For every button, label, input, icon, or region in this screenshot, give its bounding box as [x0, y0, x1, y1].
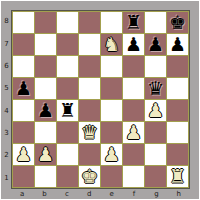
- black-pawn[interactable]: ♟: [15, 78, 32, 99]
- square-h5[interactable]: [167, 78, 189, 100]
- square-b8[interactable]: [35, 12, 57, 34]
- square-b6[interactable]: [35, 56, 57, 78]
- white-king[interactable]: ♚: [81, 166, 98, 187]
- black-pawn[interactable]: ♟: [125, 34, 142, 55]
- square-d8[interactable]: [79, 12, 101, 34]
- square-d7[interactable]: [79, 34, 101, 56]
- square-a1[interactable]: [13, 166, 35, 188]
- square-c8[interactable]: [57, 12, 79, 34]
- square-b2[interactable]: ♟: [35, 144, 57, 166]
- chess-board-window: 8 7 6 5 4 3 2 1 ♜♚♞♟♟♟♟♛♟♜♟♛♟♟♟♟♚♜ a b c…: [0, 0, 200, 200]
- square-f3[interactable]: ♟: [123, 122, 145, 144]
- square-e2[interactable]: ♟: [101, 144, 123, 166]
- square-b3[interactable]: [35, 122, 57, 144]
- file-label-a: a: [11, 189, 33, 199]
- black-rook[interactable]: ♜: [59, 100, 76, 121]
- square-a6[interactable]: [13, 56, 35, 78]
- square-a2[interactable]: ♟: [13, 144, 35, 166]
- square-f8[interactable]: ♜: [123, 12, 145, 34]
- rank-label-5: 5: [2, 77, 11, 99]
- file-label-g: g: [145, 189, 167, 199]
- file-labels: a b c d e f g h: [11, 189, 190, 199]
- square-h6[interactable]: [167, 56, 189, 78]
- white-pawn[interactable]: ♟: [147, 100, 164, 121]
- black-pawn[interactable]: ♟: [169, 34, 186, 55]
- file-label-e: e: [101, 189, 123, 199]
- file-label-c: c: [56, 189, 78, 199]
- square-e3[interactable]: [101, 122, 123, 144]
- square-b7[interactable]: [35, 34, 57, 56]
- chess-board: ♜♚♞♟♟♟♟♛♟♜♟♛♟♟♟♟♚♜: [12, 11, 189, 188]
- file-label-h: h: [168, 189, 190, 199]
- square-f6[interactable]: [123, 56, 145, 78]
- rank-label-8: 8: [2, 10, 11, 32]
- square-h2[interactable]: [167, 144, 189, 166]
- square-a7[interactable]: [13, 34, 35, 56]
- rank-label-4: 4: [2, 100, 11, 122]
- square-c5[interactable]: [57, 78, 79, 100]
- square-e1[interactable]: [101, 166, 123, 188]
- file-label-d: d: [78, 189, 100, 199]
- square-e7[interactable]: ♞: [101, 34, 123, 56]
- square-e4[interactable]: [101, 100, 123, 122]
- square-g4[interactable]: ♟: [145, 100, 167, 122]
- square-b1[interactable]: [35, 166, 57, 188]
- black-rook[interactable]: ♜: [125, 12, 142, 33]
- square-e6[interactable]: [101, 56, 123, 78]
- square-f4[interactable]: [123, 100, 145, 122]
- square-c4[interactable]: ♜: [57, 100, 79, 122]
- square-g8[interactable]: [145, 12, 167, 34]
- square-h8[interactable]: ♚: [167, 12, 189, 34]
- white-pawn[interactable]: ♟: [15, 144, 32, 165]
- square-g5[interactable]: ♛: [145, 78, 167, 100]
- white-pawn[interactable]: ♟: [37, 144, 54, 165]
- black-pawn[interactable]: ♟: [147, 34, 164, 55]
- square-c6[interactable]: [57, 56, 79, 78]
- square-e8[interactable]: [101, 12, 123, 34]
- square-a8[interactable]: [13, 12, 35, 34]
- square-c3[interactable]: [57, 122, 79, 144]
- black-queen[interactable]: ♛: [147, 78, 164, 99]
- square-b5[interactable]: [35, 78, 57, 100]
- square-a4[interactable]: [13, 100, 35, 122]
- square-h7[interactable]: ♟: [167, 34, 189, 56]
- square-d2[interactable]: [79, 144, 101, 166]
- square-e5[interactable]: [101, 78, 123, 100]
- square-f5[interactable]: [123, 78, 145, 100]
- black-pawn[interactable]: ♟: [37, 100, 54, 121]
- white-pawn[interactable]: ♟: [125, 122, 142, 143]
- white-queen[interactable]: ♛: [81, 122, 98, 143]
- file-label-f: f: [123, 189, 145, 199]
- file-label-b: b: [33, 189, 55, 199]
- rank-label-6: 6: [2, 55, 11, 77]
- white-pawn[interactable]: ♟: [103, 144, 120, 165]
- square-d5[interactable]: [79, 78, 101, 100]
- white-rook[interactable]: ♜: [169, 166, 186, 187]
- rank-labels: 8 7 6 5 4 3 2 1: [2, 10, 11, 189]
- square-c7[interactable]: [57, 34, 79, 56]
- square-h1[interactable]: ♜: [167, 166, 189, 188]
- square-d6[interactable]: [79, 56, 101, 78]
- square-c2[interactable]: [57, 144, 79, 166]
- square-g7[interactable]: ♟: [145, 34, 167, 56]
- square-a5[interactable]: ♟: [13, 78, 35, 100]
- square-f2[interactable]: [123, 144, 145, 166]
- rank-label-3: 3: [2, 122, 11, 144]
- board-frame: ♜♚♞♟♟♟♟♛♟♜♟♛♟♟♟♟♚♜: [11, 10, 190, 189]
- square-a3[interactable]: [13, 122, 35, 144]
- white-knight[interactable]: ♞: [103, 34, 120, 55]
- square-h4[interactable]: [167, 100, 189, 122]
- rank-label-2: 2: [2, 144, 11, 166]
- square-d1[interactable]: ♚: [79, 166, 101, 188]
- square-g3[interactable]: [145, 122, 167, 144]
- square-c1[interactable]: [57, 166, 79, 188]
- square-g1[interactable]: [145, 166, 167, 188]
- square-d3[interactable]: ♛: [79, 122, 101, 144]
- square-g6[interactable]: [145, 56, 167, 78]
- rank-label-7: 7: [2, 32, 11, 54]
- square-f1[interactable]: [123, 166, 145, 188]
- square-g2[interactable]: [145, 144, 167, 166]
- black-king[interactable]: ♚: [169, 12, 186, 33]
- square-h3[interactable]: [167, 122, 189, 144]
- square-b4[interactable]: ♟: [35, 100, 57, 122]
- rank-label-1: 1: [2, 167, 11, 189]
- square-d4[interactable]: [79, 100, 101, 122]
- square-f7[interactable]: ♟: [123, 34, 145, 56]
